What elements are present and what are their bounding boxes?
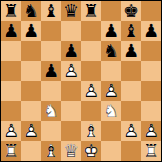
square-e3[interactable] bbox=[81, 101, 101, 121]
square-d4[interactable] bbox=[61, 81, 81, 101]
square-e4[interactable]: ♟♙ bbox=[81, 81, 101, 101]
piece-black-king[interactable]: ♚ bbox=[121, 1, 141, 21]
piece-white-king[interactable]: ♚♔ bbox=[81, 141, 101, 161]
square-b1[interactable] bbox=[21, 141, 41, 161]
piece-outline-glyph: ♘ bbox=[101, 101, 121, 121]
square-b8[interactable]: ♞ bbox=[21, 1, 41, 21]
piece-black-pawn[interactable]: ♟ bbox=[101, 21, 121, 41]
piece-outline-glyph: ♕ bbox=[61, 141, 81, 161]
piece-outline-glyph: ♙ bbox=[1, 121, 21, 141]
square-d7[interactable] bbox=[61, 21, 81, 41]
square-f6[interactable]: ♞ bbox=[101, 41, 121, 61]
square-f7[interactable]: ♟ bbox=[101, 21, 121, 41]
square-c3[interactable]: ♞♘ bbox=[41, 101, 61, 121]
piece-outline-glyph: ♙ bbox=[21, 121, 41, 141]
square-a2[interactable]: ♟♙ bbox=[1, 121, 21, 141]
square-b2[interactable]: ♟♙ bbox=[21, 121, 41, 141]
square-d1[interactable]: ♛♕ bbox=[61, 141, 81, 161]
piece-black-knight[interactable]: ♞ bbox=[101, 41, 121, 61]
square-e1[interactable]: ♚♔ bbox=[81, 141, 101, 161]
chess-board: ♜♞♝♛♜♚♟♟♟♝♟♟♞♟♟♟♙♟♙♟♙♞♘♞♘♟♙♟♙♝♗♟♙♟♙♜♖♝♗♛… bbox=[0, 0, 162, 162]
piece-outline-glyph: ♗ bbox=[81, 121, 101, 141]
square-a3[interactable] bbox=[1, 101, 21, 121]
square-g7[interactable]: ♝ bbox=[121, 21, 141, 41]
square-c4[interactable] bbox=[41, 81, 61, 101]
square-h1[interactable]: ♜♖ bbox=[141, 141, 161, 161]
piece-outline-glyph: ♙ bbox=[141, 121, 161, 141]
square-e7[interactable] bbox=[81, 21, 101, 41]
square-c5[interactable]: ♟ bbox=[41, 61, 61, 81]
piece-white-bishop[interactable]: ♝♗ bbox=[41, 141, 61, 161]
piece-white-knight[interactable]: ♞♘ bbox=[101, 101, 121, 121]
piece-black-pawn[interactable]: ♟ bbox=[61, 41, 81, 61]
square-d5[interactable]: ♟♙ bbox=[61, 61, 81, 81]
square-b4[interactable] bbox=[21, 81, 41, 101]
square-h6[interactable] bbox=[141, 41, 161, 61]
square-f3[interactable]: ♞♘ bbox=[101, 101, 121, 121]
square-g1[interactable] bbox=[121, 141, 141, 161]
square-d6[interactable]: ♟ bbox=[61, 41, 81, 61]
square-f8[interactable] bbox=[101, 1, 121, 21]
square-e8[interactable]: ♜ bbox=[81, 1, 101, 21]
piece-white-rook[interactable]: ♜♖ bbox=[1, 141, 21, 161]
square-g4[interactable] bbox=[121, 81, 141, 101]
square-c6[interactable] bbox=[41, 41, 61, 61]
piece-outline-glyph: ♘ bbox=[41, 101, 61, 121]
piece-black-pawn[interactable]: ♟ bbox=[41, 61, 61, 81]
square-c8[interactable]: ♝ bbox=[41, 1, 61, 21]
piece-white-pawn[interactable]: ♟♙ bbox=[1, 121, 21, 141]
square-b3[interactable] bbox=[21, 101, 41, 121]
square-a1[interactable]: ♜♖ bbox=[1, 141, 21, 161]
piece-white-queen[interactable]: ♛♕ bbox=[61, 141, 81, 161]
square-a8[interactable]: ♜ bbox=[1, 1, 21, 21]
square-c2[interactable] bbox=[41, 121, 61, 141]
square-e5[interactable] bbox=[81, 61, 101, 81]
piece-outline-glyph: ♗ bbox=[41, 141, 61, 161]
piece-white-pawn[interactable]: ♟♙ bbox=[101, 81, 121, 101]
piece-black-pawn[interactable]: ♟ bbox=[21, 21, 41, 41]
square-a7[interactable]: ♟ bbox=[1, 21, 21, 41]
piece-white-rook[interactable]: ♜♖ bbox=[141, 141, 161, 161]
square-c7[interactable] bbox=[41, 21, 61, 41]
piece-black-queen[interactable]: ♛ bbox=[61, 1, 81, 21]
square-a4[interactable] bbox=[1, 81, 21, 101]
square-f5[interactable] bbox=[101, 61, 121, 81]
piece-white-pawn[interactable]: ♟♙ bbox=[21, 121, 41, 141]
piece-black-rook[interactable]: ♜ bbox=[1, 1, 21, 21]
square-d2[interactable] bbox=[61, 121, 81, 141]
square-f1[interactable] bbox=[101, 141, 121, 161]
square-f2[interactable] bbox=[101, 121, 121, 141]
square-g5[interactable] bbox=[121, 61, 141, 81]
piece-black-knight[interactable]: ♞ bbox=[21, 1, 41, 21]
square-g2[interactable]: ♟♙ bbox=[121, 121, 141, 141]
square-g3[interactable] bbox=[121, 101, 141, 121]
piece-white-bishop[interactable]: ♝♗ bbox=[81, 121, 101, 141]
piece-black-bishop[interactable]: ♝ bbox=[41, 1, 61, 21]
piece-outline-glyph: ♙ bbox=[61, 61, 81, 81]
square-e2[interactable]: ♝♗ bbox=[81, 121, 101, 141]
square-h2[interactable]: ♟♙ bbox=[141, 121, 161, 141]
square-a5[interactable] bbox=[1, 61, 21, 81]
square-h7[interactable]: ♟ bbox=[141, 21, 161, 41]
piece-white-knight[interactable]: ♞♘ bbox=[41, 101, 61, 121]
piece-outline-glyph: ♖ bbox=[141, 141, 161, 161]
square-d3[interactable] bbox=[61, 101, 81, 121]
piece-black-pawn[interactable]: ♟ bbox=[141, 21, 161, 41]
square-d8[interactable]: ♛ bbox=[61, 1, 81, 21]
square-b7[interactable]: ♟ bbox=[21, 21, 41, 41]
square-c1[interactable]: ♝♗ bbox=[41, 141, 61, 161]
piece-black-pawn[interactable]: ♟ bbox=[121, 41, 141, 61]
square-h3[interactable] bbox=[141, 101, 161, 121]
piece-black-rook[interactable]: ♜ bbox=[81, 1, 101, 21]
piece-outline-glyph: ♖ bbox=[1, 141, 21, 161]
square-h4[interactable] bbox=[141, 81, 161, 101]
square-b5[interactable] bbox=[21, 61, 41, 81]
piece-white-pawn[interactable]: ♟♙ bbox=[81, 81, 101, 101]
piece-outline-glyph: ♙ bbox=[81, 81, 101, 101]
square-b6[interactable] bbox=[21, 41, 41, 61]
piece-outline-glyph: ♔ bbox=[81, 141, 101, 161]
piece-black-bishop[interactable]: ♝ bbox=[121, 21, 141, 41]
square-h8[interactable] bbox=[141, 1, 161, 21]
square-h5[interactable] bbox=[141, 61, 161, 81]
piece-outline-glyph: ♙ bbox=[101, 81, 121, 101]
square-g6[interactable]: ♟ bbox=[121, 41, 141, 61]
piece-black-pawn[interactable]: ♟ bbox=[1, 21, 21, 41]
square-e6[interactable] bbox=[81, 41, 101, 61]
piece-outline-glyph: ♙ bbox=[121, 121, 141, 141]
square-f4[interactable]: ♟♙ bbox=[101, 81, 121, 101]
square-g8[interactable]: ♚ bbox=[121, 1, 141, 21]
square-a6[interactable] bbox=[1, 41, 21, 61]
piece-white-pawn[interactable]: ♟♙ bbox=[121, 121, 141, 141]
piece-white-pawn[interactable]: ♟♙ bbox=[141, 121, 161, 141]
piece-white-pawn[interactable]: ♟♙ bbox=[61, 61, 81, 81]
